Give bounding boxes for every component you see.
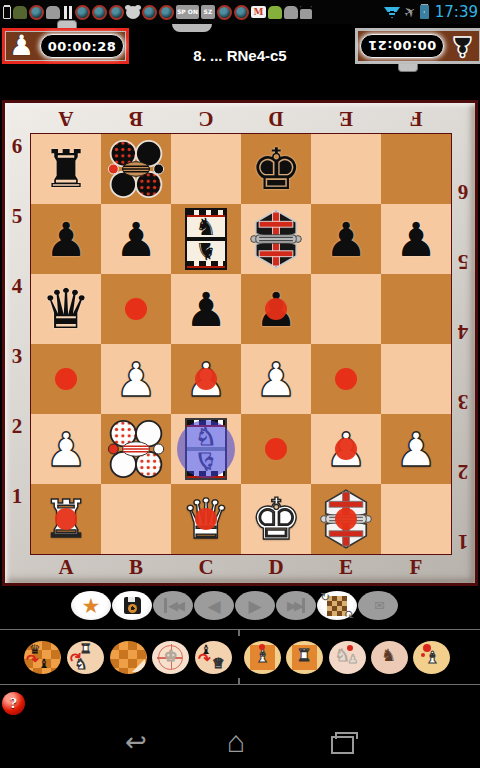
- rank-label-left-5: 5: [5, 204, 29, 274]
- file-label-top-A: A: [31, 106, 101, 131]
- file-label-bottom-B: B: [101, 555, 171, 580]
- square-F1[interactable]: [381, 484, 451, 554]
- globe-notification-icon-4: [109, 5, 124, 20]
- black-king[interactable]: ♚: [241, 134, 311, 204]
- move-target-dot: [265, 438, 287, 460]
- square-A6[interactable]: ♜: [31, 134, 101, 204]
- file-label-bottom-C: C: [171, 555, 241, 580]
- rank-label-right-3: 3: [451, 344, 475, 414]
- square-A1[interactable]: ♜: [31, 484, 101, 554]
- black-pawn[interactable]: ♟: [101, 204, 171, 274]
- next-icon: ▶: [248, 596, 261, 616]
- rank-label-left-3: 3: [5, 344, 29, 414]
- rank-label-left-4: 4: [5, 274, 29, 344]
- skip-end-icon: ▶▶: [287, 598, 305, 613]
- android-notification-icon-3: [268, 6, 282, 19]
- black-pawn[interactable]: ♟: [381, 204, 451, 274]
- recents-button[interactable]: [331, 736, 354, 754]
- square-A5[interactable]: ♟: [31, 204, 101, 274]
- status-left-icons: SP ONSZM: [0, 5, 312, 20]
- knight-group-select-icon[interactable]: ♞♟: [329, 641, 366, 674]
- skip-start-icon: ◀◀: [164, 598, 182, 613]
- square-E1[interactable]: [311, 484, 381, 554]
- black-pawn[interactable]: ♟: [171, 274, 241, 344]
- bag-notification-icon: [300, 6, 312, 19]
- capture-highlight: [265, 298, 287, 320]
- swap-queen-bishop-icon[interactable]: ♛♝↷: [24, 641, 61, 674]
- edit-board-icon[interactable]: [110, 641, 147, 674]
- square-B6[interactable]: [101, 134, 171, 204]
- black-clock[interactable]: ♟ 00:00:21: [355, 28, 480, 64]
- sz-badge-icon: SZ: [201, 5, 215, 19]
- square-E5[interactable]: ♟: [311, 204, 381, 274]
- save-button[interactable]: [112, 591, 152, 620]
- star-icon: ★: [82, 594, 101, 618]
- white-clock-display: 00:00:28: [40, 34, 124, 58]
- rose-piece-select-icon[interactable]: ♝: [413, 641, 450, 674]
- mail-icon: ✉: [374, 598, 382, 613]
- white-clock[interactable]: ♟ 00:00:28: [2, 28, 129, 64]
- palette-section-tick: [238, 630, 240, 636]
- white-clover-piece[interactable]: [107, 420, 165, 478]
- square-B3[interactable]: ♟: [101, 344, 171, 414]
- rook-select-icon[interactable]: ♜: [286, 641, 323, 674]
- black-cross-bishop[interactable]: [249, 208, 303, 270]
- black-pawn[interactable]: ♟: [311, 204, 381, 274]
- square-F2[interactable]: ♟: [381, 414, 451, 484]
- white-pawn[interactable]: ♟: [381, 414, 451, 484]
- square-C4[interactable]: ♟: [171, 274, 241, 344]
- rank-label-right-4: 4: [451, 274, 475, 344]
- square-D2[interactable]: [241, 414, 311, 484]
- favorite-button[interactable]: ★: [71, 591, 111, 620]
- white-clock-time: 00:00:28: [48, 39, 117, 54]
- android-notification-icon-2: [46, 6, 60, 19]
- palette-left-group: ♛♝↷♜♞↷♚♝♛↷: [24, 638, 232, 676]
- gmail-icon: M: [251, 6, 266, 18]
- move-target-dot: [335, 368, 357, 390]
- capture-highlight: [55, 508, 77, 530]
- rank-label-left-6: 6: [5, 134, 29, 204]
- chess-board-frame: ♜♚♟♟♞♞♟♟♛♟♟♟♟♟♟♞♞♟♟♜♛♚ AABBCCDDEEFF66554…: [2, 100, 478, 586]
- skip-to-start-button[interactable]: ◀◀: [153, 591, 193, 620]
- sp-on-badge-icon: SP ON: [176, 5, 199, 19]
- black-rook-knight[interactable]: ♞♞: [185, 208, 227, 270]
- square-D6[interactable]: ♚: [241, 134, 311, 204]
- board-grid: ♜♚♟♟♞♞♟♟♛♟♟♟♟♟♟♞♞♟♟♜♛♚: [30, 133, 452, 555]
- home-button[interactable]: ⌂: [227, 727, 245, 757]
- capture-highlight: [335, 508, 357, 530]
- battery-icon: [420, 5, 429, 19]
- square-A3[interactable]: [31, 344, 101, 414]
- android-nav-bar: ↩ ⌂: [0, 727, 480, 768]
- file-label-top-C: C: [171, 106, 241, 131]
- skip-to-end-button[interactable]: ▶▶: [276, 591, 316, 620]
- square-C2[interactable]: ♞♞: [171, 414, 241, 484]
- square-F5[interactable]: ♟: [381, 204, 451, 274]
- status-right-icons: ✈17:39: [384, 0, 478, 24]
- square-B1[interactable]: [101, 484, 171, 554]
- file-label-bottom-E: E: [311, 555, 381, 580]
- capture-highlight: [335, 438, 357, 460]
- send-mail-button[interactable]: ✉: [358, 591, 398, 620]
- black-rook[interactable]: ♜: [31, 134, 101, 204]
- rank-label-left-1: 1: [5, 484, 29, 554]
- clock-plunger-icon: [57, 20, 77, 28]
- prev-icon: ◀: [207, 596, 220, 616]
- android-notification-icon-4: [284, 6, 298, 19]
- last-move-label: 8. ... RNe4-c5: [130, 47, 350, 64]
- globe-notification-icon-5: [142, 5, 157, 20]
- capture-highlight: [195, 368, 217, 390]
- file-label-bottom-D: D: [241, 555, 311, 580]
- square-A4[interactable]: ♛: [31, 274, 101, 344]
- crested-piece-select-icon[interactable]: ♝: [244, 641, 281, 674]
- square-A2[interactable]: ♟: [31, 414, 101, 484]
- white-king[interactable]: ♚: [241, 484, 311, 554]
- file-label-top-D: D: [241, 106, 311, 131]
- previous-move-button[interactable]: ◀: [194, 591, 234, 620]
- android-notification-icon-1: [13, 6, 27, 19]
- square-B2[interactable]: [101, 414, 171, 484]
- airplane-mode-icon: ✈: [401, 2, 419, 22]
- square-F3[interactable]: [381, 344, 451, 414]
- file-label-top-E: E: [311, 106, 381, 131]
- white-pawn-icon: ♟: [9, 32, 34, 60]
- black-clock-time: 00:00:21: [368, 39, 437, 54]
- file-label-top-B: B: [101, 106, 171, 131]
- palette-right-group: ♝♜♞♟♞♝: [244, 638, 450, 676]
- rank-label-right-1: 1: [451, 484, 475, 554]
- next-move-button[interactable]: ▶: [235, 591, 275, 620]
- square-B4[interactable]: [101, 274, 171, 344]
- battery-outline-icon: [3, 6, 11, 19]
- white-pawn[interactable]: ♟: [101, 344, 171, 414]
- globe-notification-icon-6: [159, 5, 174, 20]
- back-button[interactable]: ↩: [125, 729, 147, 755]
- square-B5[interactable]: ♟: [101, 204, 171, 274]
- square-C3[interactable]: ♟: [171, 344, 241, 414]
- square-D3[interactable]: ♟: [241, 344, 311, 414]
- clock-time: 17:39: [435, 3, 478, 21]
- black-pawn-icon: ♟: [450, 32, 475, 60]
- selected-piece-highlight: [177, 420, 235, 478]
- square-C6[interactable]: [171, 134, 241, 204]
- move-target-dot: [125, 298, 147, 320]
- rank-label-right-6: 6: [451, 134, 475, 204]
- bear-notification-icon: [126, 6, 140, 19]
- wifi-icon: [384, 6, 400, 19]
- palette-divider-top: [0, 629, 480, 630]
- file-label-top-F: F: [381, 106, 451, 131]
- rank-label-right-5: 5: [451, 204, 475, 274]
- pause-notification-icon: [62, 5, 73, 19]
- square-D1[interactable]: ♚: [241, 484, 311, 554]
- move-target-dot: [55, 368, 77, 390]
- square-C5[interactable]: ♞♞: [171, 204, 241, 274]
- globe-notification-icon-1: [29, 5, 44, 20]
- swap-rook-knight-icon[interactable]: ♜♞↷: [67, 641, 104, 674]
- dark-knight-select-icon[interactable]: ♞: [371, 641, 408, 674]
- move-pattern-icon[interactable]: ♚: [152, 641, 189, 674]
- palette-divider-bottom: [0, 684, 480, 685]
- square-E3[interactable]: [311, 344, 381, 414]
- capture-highlight: [195, 508, 217, 530]
- swap-bishop-queen-icon[interactable]: ♝♛↷: [195, 641, 232, 674]
- square-C1[interactable]: ♛: [171, 484, 241, 554]
- globe-notification-icon-8: [234, 5, 249, 20]
- globe-notification-icon-7: [217, 5, 232, 20]
- square-E6[interactable]: [311, 134, 381, 204]
- floppy-icon: [124, 597, 141, 614]
- drawer-handle[interactable]: [172, 24, 212, 32]
- globe-notification-icon-3: [92, 5, 107, 20]
- black-clock-display: 00:00:21: [360, 34, 444, 58]
- globe-notification-icon-2: [75, 5, 90, 20]
- file-label-bottom-F: F: [381, 555, 451, 580]
- game-toolbar: ★◀◀◀▶▶▶↻↻✉: [0, 591, 480, 623]
- rank-label-right-2: 2: [451, 414, 475, 484]
- square-D5[interactable]: [241, 204, 311, 274]
- rank-label-left-2: 2: [5, 414, 29, 484]
- square-E4[interactable]: [311, 274, 381, 344]
- square-F6[interactable]: [381, 134, 451, 204]
- flip-board-button[interactable]: ↻↻: [317, 591, 357, 620]
- black-pawn[interactable]: ♟: [31, 204, 101, 274]
- black-clover-piece[interactable]: [107, 140, 165, 198]
- black-queen[interactable]: ♛: [31, 274, 101, 344]
- file-label-bottom-A: A: [31, 555, 101, 580]
- white-pawn[interactable]: ♟: [241, 344, 311, 414]
- square-F4[interactable]: [381, 274, 451, 344]
- clock-plunger-icon: [398, 64, 418, 72]
- square-D4[interactable]: ♟: [241, 274, 311, 344]
- white-pawn[interactable]: ♟: [31, 414, 101, 484]
- help-button[interactable]: ?: [2, 692, 25, 715]
- square-E2[interactable]: ♟: [311, 414, 381, 484]
